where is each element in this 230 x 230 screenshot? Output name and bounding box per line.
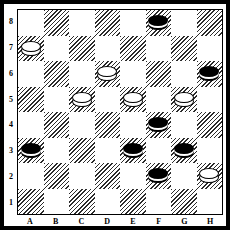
square-h6[interactable] <box>197 61 223 87</box>
file-label-h: H <box>197 216 223 227</box>
square-a2[interactable] <box>18 163 44 189</box>
square-a3[interactable] <box>18 138 44 164</box>
square-h4[interactable] <box>197 112 223 138</box>
square-e2[interactable] <box>120 163 146 189</box>
white-man-piece[interactable] <box>199 168 219 183</box>
checkers-board <box>17 9 223 215</box>
square-h5[interactable] <box>197 87 223 113</box>
square-a7[interactable] <box>18 36 44 62</box>
square-g4[interactable] <box>171 112 197 138</box>
file-label-b: B <box>43 216 69 227</box>
square-a6[interactable] <box>18 61 44 87</box>
piece-top <box>72 92 92 103</box>
square-g6[interactable] <box>171 61 197 87</box>
square-d2[interactable] <box>95 163 121 189</box>
square-f2[interactable] <box>146 163 172 189</box>
square-a4[interactable] <box>18 112 44 138</box>
square-c6[interactable] <box>69 61 95 87</box>
file-label-d: D <box>94 216 120 227</box>
square-d8[interactable] <box>95 10 121 36</box>
square-c1[interactable] <box>69 189 95 215</box>
piece-top <box>123 92 143 103</box>
square-c8[interactable] <box>69 10 95 36</box>
square-c2[interactable] <box>69 163 95 189</box>
square-h8[interactable] <box>197 10 223 36</box>
rank-label-1: 1 <box>5 189 17 215</box>
square-f5[interactable] <box>146 87 172 113</box>
rank-label-8: 8 <box>5 9 17 35</box>
file-label-f: F <box>146 216 172 227</box>
square-d1[interactable] <box>95 189 121 215</box>
square-b2[interactable] <box>44 163 70 189</box>
square-c7[interactable] <box>69 36 95 62</box>
square-f3[interactable] <box>146 138 172 164</box>
black-man-piece[interactable] <box>21 143 41 158</box>
square-f6[interactable] <box>146 61 172 87</box>
white-man-piece[interactable] <box>21 41 41 56</box>
square-d4[interactable] <box>95 112 121 138</box>
square-g2[interactable] <box>171 163 197 189</box>
rank-label-6: 6 <box>5 61 17 87</box>
square-d7[interactable] <box>95 36 121 62</box>
square-e7[interactable] <box>120 36 146 62</box>
piece-top <box>174 143 194 154</box>
file-labels: ABCDEFGH <box>17 216 223 227</box>
square-d5[interactable] <box>95 87 121 113</box>
piece-top <box>174 92 194 103</box>
black-man-piece[interactable] <box>174 143 194 158</box>
square-g7[interactable] <box>171 36 197 62</box>
file-label-g: G <box>172 216 198 227</box>
square-h1[interactable] <box>197 189 223 215</box>
square-e3[interactable] <box>120 138 146 164</box>
square-f1[interactable] <box>146 189 172 215</box>
file-label-a: A <box>17 216 43 227</box>
square-g5[interactable] <box>171 87 197 113</box>
black-man-piece[interactable] <box>148 15 168 30</box>
square-g3[interactable] <box>171 138 197 164</box>
piece-top <box>123 143 143 154</box>
square-g8[interactable] <box>171 10 197 36</box>
square-e5[interactable] <box>120 87 146 113</box>
black-man-piece[interactable] <box>148 117 168 132</box>
square-a1[interactable] <box>18 189 44 215</box>
white-man-piece[interactable] <box>97 66 117 81</box>
square-b6[interactable] <box>44 61 70 87</box>
file-label-e: E <box>120 216 146 227</box>
piece-top <box>21 143 41 154</box>
square-d6[interactable] <box>95 61 121 87</box>
black-man-piece[interactable] <box>148 168 168 183</box>
square-a5[interactable] <box>18 87 44 113</box>
square-c5[interactable] <box>69 87 95 113</box>
white-man-piece[interactable] <box>174 92 194 107</box>
square-c4[interactable] <box>69 112 95 138</box>
square-b4[interactable] <box>44 112 70 138</box>
square-f7[interactable] <box>146 36 172 62</box>
square-c3[interactable] <box>69 138 95 164</box>
square-h7[interactable] <box>197 36 223 62</box>
square-e8[interactable] <box>120 10 146 36</box>
square-b3[interactable] <box>44 138 70 164</box>
square-b7[interactable] <box>44 36 70 62</box>
black-man-piece[interactable] <box>123 143 143 158</box>
rank-labels: 87654321 <box>5 9 17 215</box>
square-b5[interactable] <box>44 87 70 113</box>
square-h2[interactable] <box>197 163 223 189</box>
square-g1[interactable] <box>171 189 197 215</box>
square-h3[interactable] <box>197 138 223 164</box>
board-frame: 87654321 ABCDEFGH <box>0 0 230 230</box>
rank-label-5: 5 <box>5 86 17 112</box>
square-f8[interactable] <box>146 10 172 36</box>
square-a8[interactable] <box>18 10 44 36</box>
rank-label-3: 3 <box>5 138 17 164</box>
white-man-piece[interactable] <box>72 92 92 107</box>
square-e4[interactable] <box>120 112 146 138</box>
white-man-piece[interactable] <box>123 92 143 107</box>
square-e6[interactable] <box>120 61 146 87</box>
black-man-piece[interactable] <box>199 66 219 81</box>
square-b8[interactable] <box>44 10 70 36</box>
square-e1[interactable] <box>120 189 146 215</box>
rank-label-4: 4 <box>5 112 17 138</box>
rank-label-7: 7 <box>5 35 17 61</box>
square-b1[interactable] <box>44 189 70 215</box>
square-f4[interactable] <box>146 112 172 138</box>
file-label-c: C <box>69 216 95 227</box>
piece-top <box>21 41 41 52</box>
square-d3[interactable] <box>95 138 121 164</box>
rank-label-2: 2 <box>5 164 17 190</box>
